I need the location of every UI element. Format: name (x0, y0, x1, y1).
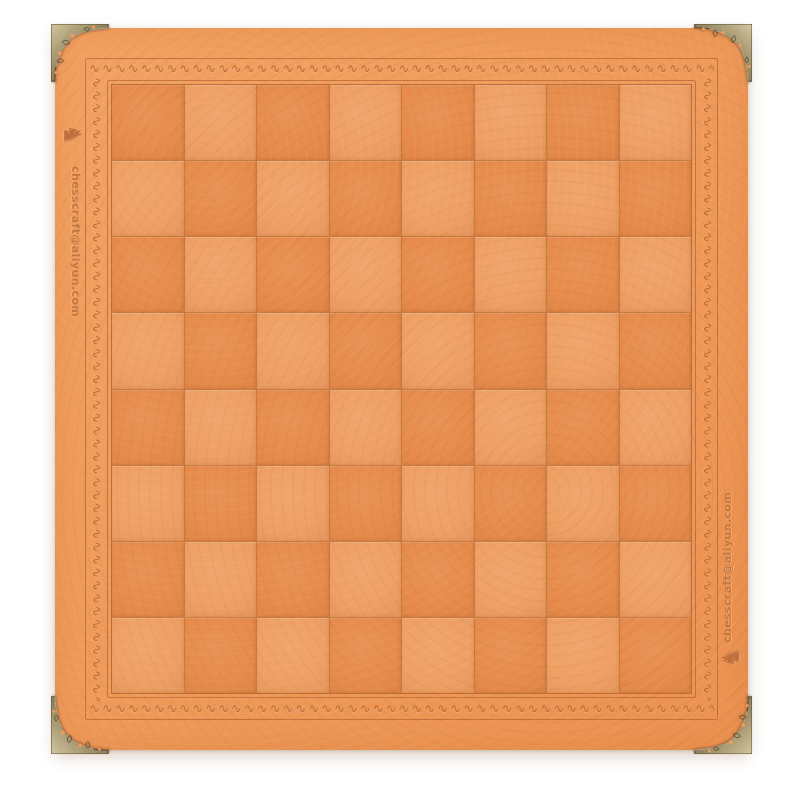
square-f8 (475, 85, 547, 160)
metal-corner-cap-bottom-left (51, 692, 113, 754)
square-e6 (402, 237, 474, 312)
square-b1 (185, 618, 257, 693)
square-h1 (620, 618, 692, 693)
square-f6 (475, 237, 547, 312)
square-a5 (112, 313, 184, 388)
square-c7 (257, 161, 329, 236)
square-g8 (547, 85, 619, 160)
square-e2 (402, 542, 474, 617)
square-f7 (475, 161, 547, 236)
square-c5 (257, 313, 329, 388)
square-e3 (402, 466, 474, 541)
square-e7 (402, 161, 474, 236)
leather-chess-mat: ∿∿∿∿∿∿∿∿∿∿∿∿∿∿∿∿∿∿∿∿∿∿∿∿∿∿∿∿∿∿∿∿∿∿∿∿∿∿∿∿… (55, 28, 748, 750)
knight-logo-icon: ♞ (57, 120, 87, 150)
square-a4 (112, 390, 184, 465)
square-d8 (330, 85, 402, 160)
square-c1 (257, 618, 329, 693)
square-c2 (257, 542, 329, 617)
square-a3 (112, 466, 184, 541)
square-h5 (620, 313, 692, 388)
brand-email-left: chesscraft@aliyun.com (62, 166, 82, 336)
square-b8 (185, 85, 257, 160)
square-h7 (620, 161, 692, 236)
square-b6 (185, 237, 257, 312)
square-f4 (475, 390, 547, 465)
square-d7 (330, 161, 402, 236)
square-c3 (257, 466, 329, 541)
square-e1 (402, 618, 474, 693)
square-b3 (185, 466, 257, 541)
square-a6 (112, 237, 184, 312)
square-d5 (330, 313, 402, 388)
square-f3 (475, 466, 547, 541)
square-g7 (547, 161, 619, 236)
square-h2 (620, 542, 692, 617)
filigree-icon (51, 692, 113, 754)
square-g6 (547, 237, 619, 312)
square-f5 (475, 313, 547, 388)
metal-corner-cap-bottom-right (690, 692, 752, 754)
square-b7 (185, 161, 257, 236)
filigree-icon (690, 24, 752, 86)
square-d6 (330, 237, 402, 312)
square-a7 (112, 161, 184, 236)
metal-corner-cap-top-right (690, 24, 752, 86)
filigree-icon (690, 692, 752, 754)
square-f1 (475, 618, 547, 693)
metal-corner-cap-top-left (51, 24, 113, 86)
square-f2 (475, 542, 547, 617)
square-e4 (402, 390, 474, 465)
square-d3 (330, 466, 402, 541)
square-a8 (112, 85, 184, 160)
square-g3 (547, 466, 619, 541)
chess-board-grid (111, 84, 692, 694)
square-b2 (185, 542, 257, 617)
square-g5 (547, 313, 619, 388)
filigree-icon (51, 24, 113, 86)
square-c6 (257, 237, 329, 312)
knight-logo-icon: ♞ (716, 642, 746, 672)
square-d4 (330, 390, 402, 465)
square-g2 (547, 542, 619, 617)
square-g4 (547, 390, 619, 465)
square-h8 (620, 85, 692, 160)
square-h3 (620, 466, 692, 541)
square-h6 (620, 237, 692, 312)
square-d2 (330, 542, 402, 617)
square-a2 (112, 542, 184, 617)
square-h4 (620, 390, 692, 465)
square-e8 (402, 85, 474, 160)
square-g1 (547, 618, 619, 693)
square-c4 (257, 390, 329, 465)
square-d1 (330, 618, 402, 693)
square-e5 (402, 313, 474, 388)
square-b5 (185, 313, 257, 388)
square-c8 (257, 85, 329, 160)
square-a1 (112, 618, 184, 693)
square-b4 (185, 390, 257, 465)
brand-email-right: chesscraft@aliyun.com (721, 468, 741, 643)
